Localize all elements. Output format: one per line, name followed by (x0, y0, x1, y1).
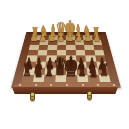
brass-clasp-right (87, 91, 92, 100)
board-square (66, 68, 77, 75)
brass-pin-icon (66, 84, 68, 86)
board-square (33, 68, 45, 75)
board-square (43, 74, 55, 81)
chess-board (11, 32, 121, 88)
board-square (21, 74, 33, 81)
board-square (55, 68, 66, 75)
board-square (76, 74, 88, 81)
board-square (23, 68, 35, 75)
brass-pin-icon (113, 84, 115, 86)
brass-pin-icon (35, 84, 37, 86)
board-square (44, 68, 55, 75)
board-square (66, 74, 77, 81)
product-photo: ♜♞♝♛♚♝♞♜♟♟♟♟♟♟♟♟♟♟♟♟♟♟♟♟♜♞♝♛♚♝♞♜ (0, 0, 129, 129)
brass-pin-icon (82, 84, 84, 86)
board-square (98, 74, 110, 81)
brass-clasp-left (30, 92, 35, 101)
board-square (76, 68, 87, 75)
board-square (32, 74, 44, 81)
board-square (87, 74, 99, 81)
board-square (96, 68, 108, 75)
board-square (86, 68, 98, 75)
board-front-edge (12, 87, 118, 94)
brass-pin-icon (19, 84, 21, 86)
board-square (54, 74, 65, 81)
